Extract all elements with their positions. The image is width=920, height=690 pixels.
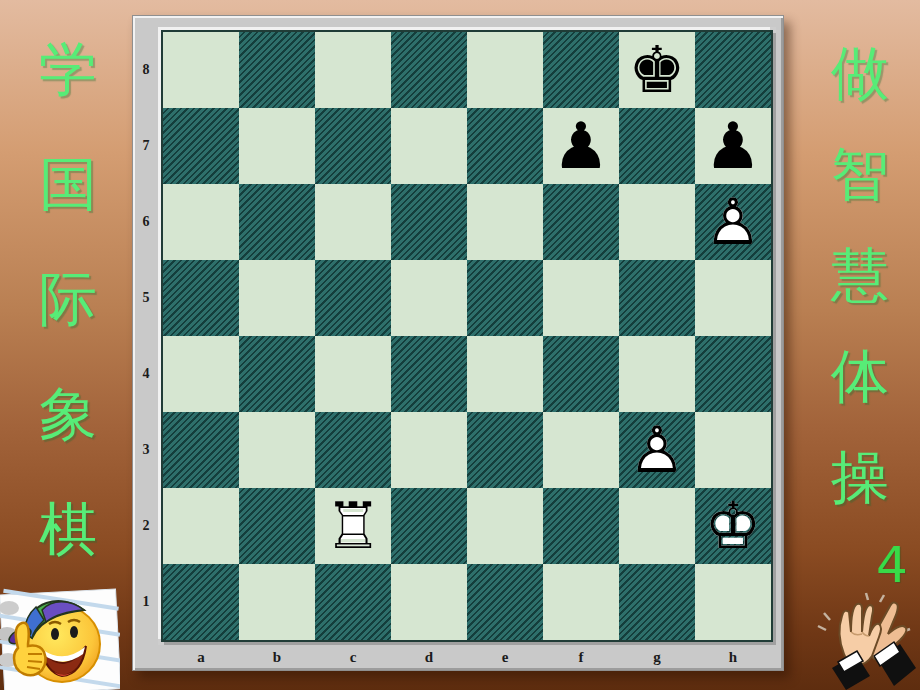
file-label-e: e xyxy=(467,649,543,666)
rank-label-4: 4 xyxy=(133,366,159,382)
square-f6 xyxy=(543,184,619,260)
square-e1 xyxy=(467,564,543,640)
square-f5 xyxy=(543,260,619,336)
square-c1 xyxy=(315,564,391,640)
square-h8 xyxy=(695,32,771,108)
square-d8 xyxy=(391,32,467,108)
square-g1 xyxy=(619,564,695,640)
file-label-g: g xyxy=(619,649,695,666)
square-d3 xyxy=(391,412,467,488)
caption-char: 棋 xyxy=(39,500,97,558)
square-a6 xyxy=(163,184,239,260)
square-g5 xyxy=(619,260,695,336)
file-label-f: f xyxy=(543,649,619,666)
caption-char: 象 xyxy=(39,385,97,443)
file-label-a: a xyxy=(163,649,239,666)
square-e7 xyxy=(467,108,543,184)
square-c3 xyxy=(315,412,391,488)
square-e3 xyxy=(467,412,543,488)
square-b8 xyxy=(239,32,315,108)
slide-background: 学 国 际 象 棋 做 智 慧 体 操 4 87654321 abcdefgh … xyxy=(0,0,920,690)
rank-label-3: 3 xyxy=(133,442,159,458)
piece-white-pawn-g3: ♟♙ xyxy=(619,412,695,488)
square-c8 xyxy=(315,32,391,108)
caption-char: 学 xyxy=(39,40,97,98)
square-g6 xyxy=(619,184,695,260)
square-g2 xyxy=(619,488,695,564)
square-c4 xyxy=(315,336,391,412)
file-label-h: h xyxy=(695,649,771,666)
square-h5 xyxy=(695,260,771,336)
square-d4 xyxy=(391,336,467,412)
square-d5 xyxy=(391,260,467,336)
square-b2 xyxy=(239,488,315,564)
square-e4 xyxy=(467,336,543,412)
piece-white-pawn-h6: ♟♙ xyxy=(695,184,771,260)
rank-label-8: 8 xyxy=(133,62,159,78)
square-c5 xyxy=(315,260,391,336)
square-c7 xyxy=(315,108,391,184)
square-d1 xyxy=(391,564,467,640)
rank-label-5: 5 xyxy=(133,290,159,306)
rank-label-7: 7 xyxy=(133,138,159,154)
rank-label-2: 2 xyxy=(133,518,159,534)
square-d6 xyxy=(391,184,467,260)
slide-number: 4 xyxy=(866,536,918,594)
square-a2 xyxy=(163,488,239,564)
square-b7 xyxy=(239,108,315,184)
square-a1 xyxy=(163,564,239,640)
square-b1 xyxy=(239,564,315,640)
square-e6 xyxy=(467,184,543,260)
file-label-b: b xyxy=(239,649,315,666)
square-b4 xyxy=(239,336,315,412)
square-f2 xyxy=(543,488,619,564)
square-b6 xyxy=(239,184,315,260)
caption-char: 国 xyxy=(39,155,97,213)
board-squares: ♚♟♟♟♙♟♙♜♖♚♔ xyxy=(161,30,773,642)
caption-char: 体 xyxy=(831,347,889,405)
caption-char: 际 xyxy=(39,270,97,328)
square-e8 xyxy=(467,32,543,108)
square-f3 xyxy=(543,412,619,488)
caption-char: 慧 xyxy=(831,246,889,304)
clapping-hands-clipart xyxy=(810,590,916,690)
square-f8 xyxy=(543,32,619,108)
square-h1 xyxy=(695,564,771,640)
square-e5 xyxy=(467,260,543,336)
file-label-d: d xyxy=(391,649,467,666)
piece-white-rook-c2: ♜♖ xyxy=(315,488,391,564)
rank-labels: 87654321 xyxy=(133,16,161,670)
square-b3 xyxy=(239,412,315,488)
rank-label-1: 1 xyxy=(133,594,159,610)
square-f4 xyxy=(543,336,619,412)
rank-label-6: 6 xyxy=(133,214,159,230)
thumbs-up-smiley-clipart xyxy=(0,586,120,690)
caption-char: 做 xyxy=(831,44,889,102)
square-g4 xyxy=(619,336,695,412)
piece-black-pawn-f7: ♟ xyxy=(543,108,619,184)
square-g7 xyxy=(619,108,695,184)
caption-char: 操 xyxy=(831,448,889,506)
square-a7 xyxy=(163,108,239,184)
right-caption: 做 智 慧 体 操 xyxy=(814,44,906,506)
chessboard: 87654321 abcdefgh ♚♟♟♟♙♟♙♜♖♚♔ xyxy=(132,15,784,671)
square-h3 xyxy=(695,412,771,488)
square-a3 xyxy=(163,412,239,488)
piece-black-pawn-h7: ♟ xyxy=(695,108,771,184)
piece-black-king-g8: ♚ xyxy=(619,32,695,108)
square-f1 xyxy=(543,564,619,640)
piece-white-king-h2: ♚♔ xyxy=(695,488,771,564)
square-a5 xyxy=(163,260,239,336)
left-caption: 学 国 际 象 棋 xyxy=(22,40,114,558)
square-a8 xyxy=(163,32,239,108)
file-labels: abcdefgh xyxy=(133,649,783,669)
square-d7 xyxy=(391,108,467,184)
caption-char: 智 xyxy=(831,145,889,203)
file-label-c: c xyxy=(315,649,391,666)
square-e2 xyxy=(467,488,543,564)
square-d2 xyxy=(391,488,467,564)
square-b5 xyxy=(239,260,315,336)
square-h4 xyxy=(695,336,771,412)
square-a4 xyxy=(163,336,239,412)
square-c6 xyxy=(315,184,391,260)
